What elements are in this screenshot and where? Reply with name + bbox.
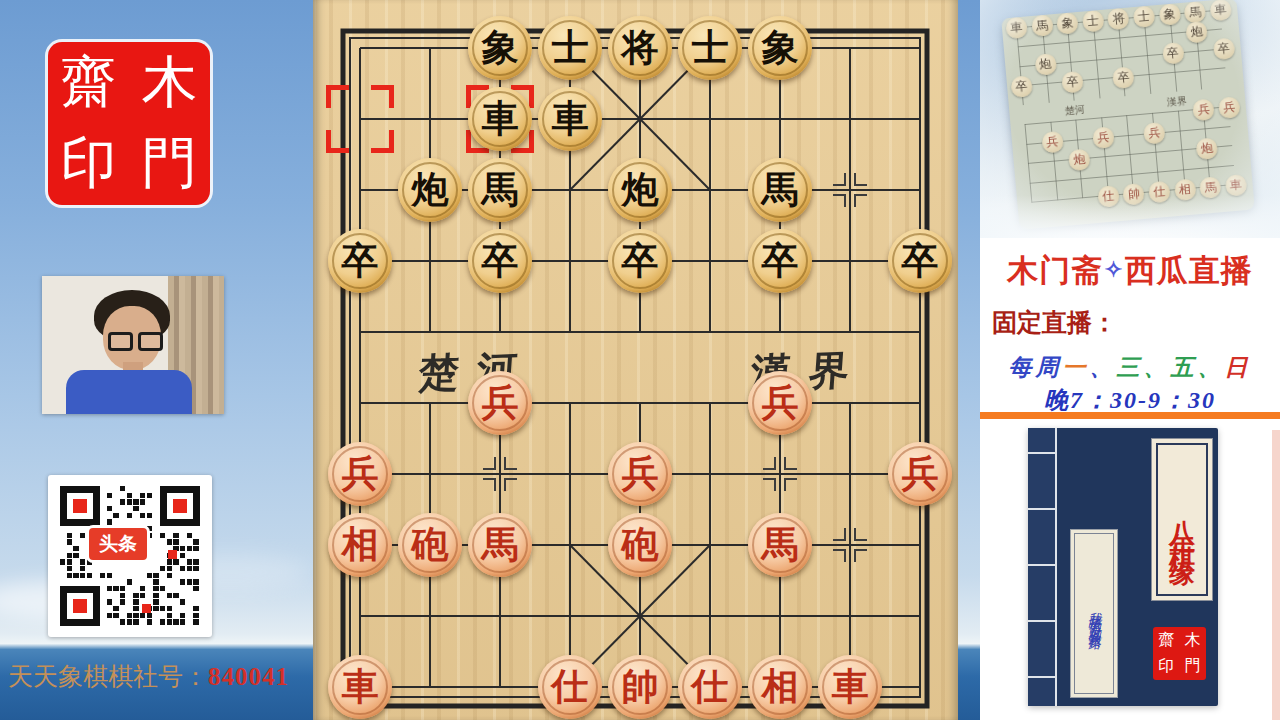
qr-center-badge: 头条 (89, 528, 147, 560)
piece-red-相[interactable]: 相 (748, 655, 812, 719)
piece-black-士[interactable]: 士 (678, 16, 742, 80)
stream-title-part2: 西瓜直播 (1125, 253, 1253, 288)
piece-char: 砲 (412, 526, 449, 563)
piece-black-卒[interactable]: 卒 (468, 229, 532, 293)
schedule-day-segment: 日 (1225, 355, 1252, 380)
piece-red-兵[interactable]: 兵 (608, 442, 672, 506)
schedule-day-segment: 三 (1117, 355, 1144, 380)
piece-red-兵[interactable]: 兵 (888, 442, 952, 506)
piece-char: 帥 (622, 668, 659, 705)
piece-black-車[interactable]: 車 (468, 87, 532, 151)
studio-seal-logo: 齋 木 印 門 (48, 42, 210, 205)
piece-black-卒[interactable]: 卒 (888, 229, 952, 293)
piece-black-卒[interactable]: 卒 (608, 229, 672, 293)
seal-char: 齋 (48, 42, 129, 124)
piece-char: 卒 (622, 242, 659, 279)
club-id-label: 天天象棋棋社号： (8, 663, 208, 690)
piece-black-馬[interactable]: 馬 (468, 158, 532, 222)
piece-red-馬[interactable]: 馬 (468, 513, 532, 577)
piece-red-車[interactable]: 車 (818, 655, 882, 719)
piece-char: 士 (552, 29, 589, 66)
orange-divider (980, 412, 1280, 419)
stream-info: 木门斋✧西瓜直播 固定直播： 每周一、三、五、日 晚7：30-9：30 (980, 238, 1280, 412)
piece-char: 馬 (762, 171, 799, 208)
book-spine (1028, 428, 1057, 706)
piece-black-炮[interactable]: 炮 (398, 158, 462, 222)
piece-char: 車 (342, 668, 379, 705)
piece-char: 兵 (342, 455, 379, 492)
schedule-day-segment: 、 (1144, 355, 1171, 380)
piece-char: 卒 (902, 242, 939, 279)
piece-char: 車 (482, 100, 519, 137)
piece-black-卒[interactable]: 卒 (328, 229, 392, 293)
piece-char: 砲 (622, 526, 659, 563)
piece-char: 車 (552, 100, 589, 137)
piece-char: 炮 (622, 171, 659, 208)
physical-board-photo: 楚河漢界 車馬象士将士象馬車炮炮卒卒卒卒卒兵兵兵兵兵炮炮仕帥仕相馬車 (980, 0, 1280, 238)
piece-char: 車 (832, 668, 869, 705)
piece-red-仕[interactable]: 仕 (678, 655, 742, 719)
piece-red-相[interactable]: 相 (328, 513, 392, 577)
piece-char: 卒 (482, 242, 519, 279)
piece-black-士[interactable]: 士 (538, 16, 602, 80)
piece-char: 仕 (692, 668, 729, 705)
xiangqi-board-panel[interactable]: 楚河 漢界 象士将士象車車炮馬炮馬卒卒卒卒卒兵兵兵兵兵相砲馬砲馬車仕帥仕相車 (313, 0, 958, 720)
schedule-day-segment: 、 (1198, 355, 1225, 380)
pieces-layer: 象士将士象車車炮馬炮馬卒卒卒卒卒兵兵兵兵兵相砲馬砲馬車仕帥仕相車 (313, 0, 958, 720)
piece-char: 士 (692, 29, 729, 66)
piece-black-馬[interactable]: 馬 (748, 158, 812, 222)
piece-char: 卒 (762, 242, 799, 279)
stream-title-part1: 木门斋 (1007, 253, 1103, 288)
qr-code-card: 头条 (48, 475, 212, 637)
piece-black-卒[interactable]: 卒 (748, 229, 812, 293)
piece-char: 将 (622, 29, 659, 66)
piece-char: 兵 (902, 455, 939, 492)
piece-red-帥[interactable]: 帥 (608, 655, 672, 719)
piece-black-将[interactable]: 将 (608, 16, 672, 80)
book-subtitle-label: 我陪孩子们走过的象棋路 (1070, 529, 1118, 698)
webcam-video (42, 276, 224, 414)
piece-black-車[interactable]: 車 (538, 87, 602, 151)
piece-char: 馬 (482, 171, 519, 208)
piece-red-兵[interactable]: 兵 (468, 371, 532, 435)
schedule-day-segment: 五 (1171, 355, 1198, 380)
right-panel: 楚河漢界 車馬象士将士象馬車炮炮卒卒卒卒卒兵兵兵兵兵炮炮仕帥仕相馬車 木门斋✧西… (980, 0, 1280, 720)
piece-char: 相 (762, 668, 799, 705)
book-title-label: 八年棋缘 (1151, 438, 1213, 601)
schedule-heading: 固定直播： (992, 306, 1117, 339)
piece-red-兵[interactable]: 兵 (328, 442, 392, 506)
piece-char: 卒 (342, 242, 379, 279)
club-id-number: 840041 (208, 663, 289, 690)
schedule-day-segment: 、 (1090, 355, 1117, 380)
schedule-day-segment: 一 (1063, 355, 1090, 380)
piece-red-車[interactable]: 車 (328, 655, 392, 719)
club-id-line: 天天象棋棋社号：840041 (8, 660, 318, 693)
piece-char: 馬 (762, 526, 799, 563)
left-panel: 齋 木 印 門 头条 天天象棋棋社号：840041 (0, 0, 313, 720)
seal-char: 印 (48, 124, 129, 206)
stream-title: 木门斋✧西瓜直播 (980, 250, 1280, 292)
piece-char: 象 (482, 29, 519, 66)
piece-char: 仕 (552, 668, 589, 705)
piece-char: 兵 (482, 384, 519, 421)
piece-red-砲[interactable]: 砲 (398, 513, 462, 577)
piece-red-仕[interactable]: 仕 (538, 655, 602, 719)
piece-red-馬[interactable]: 馬 (748, 513, 812, 577)
schedule-days: 每周一、三、五、日 (980, 352, 1280, 383)
edge-strip (1272, 430, 1280, 720)
piece-char: 炮 (412, 171, 449, 208)
seal-char: 木 (129, 42, 210, 124)
piece-char: 象 (762, 29, 799, 66)
book-cover: 八年棋缘 我陪孩子们走过的象棋路 齋 木 印 門 (1028, 428, 1218, 706)
schedule-day-segment: 每周 (1009, 355, 1063, 380)
seal-char: 門 (129, 124, 210, 206)
sparkle-icon: ✧ (1103, 257, 1124, 282)
piece-black-炮[interactable]: 炮 (608, 158, 672, 222)
photo-vignette (980, 0, 1280, 238)
streamer-shirt (66, 370, 192, 414)
book-seal: 齋 木 印 門 (1153, 627, 1206, 680)
piece-char: 兵 (762, 384, 799, 421)
piece-black-象[interactable]: 象 (748, 16, 812, 80)
piece-red-砲[interactable]: 砲 (608, 513, 672, 577)
streamer-glasses (108, 332, 163, 351)
piece-char: 相 (342, 526, 379, 563)
piece-red-兵[interactable]: 兵 (748, 371, 812, 435)
last-move-marker-from (326, 85, 394, 153)
piece-char: 馬 (482, 526, 519, 563)
piece-black-象[interactable]: 象 (468, 16, 532, 80)
piece-char: 兵 (622, 455, 659, 492)
